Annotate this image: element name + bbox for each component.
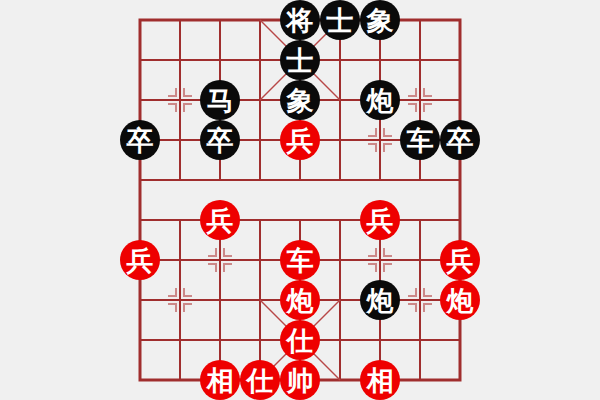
red-elephant[interactable]: 相 [360,360,400,400]
black-elephant[interactable]: 象 [280,80,320,120]
black-advisor[interactable]: 士 [320,0,360,40]
black-soldier[interactable]: 卒 [200,120,240,160]
black-advisor[interactable]: 士 [280,40,320,80]
red-cannon[interactable]: 炮 [440,280,480,320]
red-soldier[interactable]: 兵 [200,200,240,240]
xiangqi-pieces-layer: 将士象士马象炮卒卒兵车卒兵兵兵车兵炮炮炮仕相仕帅相 [120,0,480,400]
red-advisor[interactable]: 仕 [240,360,280,400]
red-general[interactable]: 帅 [280,360,320,400]
red-elephant[interactable]: 相 [200,360,240,400]
black-cannon[interactable]: 炮 [360,280,400,320]
xiangqi-board-area: 将士象士马象炮卒卒兵车卒兵兵兵车兵炮炮炮仕相仕帅相 [0,0,600,400]
red-soldier[interactable]: 兵 [360,200,400,240]
black-general[interactable]: 将 [280,0,320,40]
red-soldier[interactable]: 兵 [280,120,320,160]
black-chariot[interactable]: 车 [400,120,440,160]
black-cannon[interactable]: 炮 [360,80,400,120]
red-soldier[interactable]: 兵 [440,240,480,280]
red-advisor[interactable]: 仕 [280,320,320,360]
red-chariot[interactable]: 车 [280,240,320,280]
black-soldier[interactable]: 卒 [120,120,160,160]
black-elephant[interactable]: 象 [360,0,400,40]
red-cannon[interactable]: 炮 [280,280,320,320]
black-soldier[interactable]: 卒 [440,120,480,160]
black-horse[interactable]: 马 [200,80,240,120]
red-soldier[interactable]: 兵 [120,240,160,280]
